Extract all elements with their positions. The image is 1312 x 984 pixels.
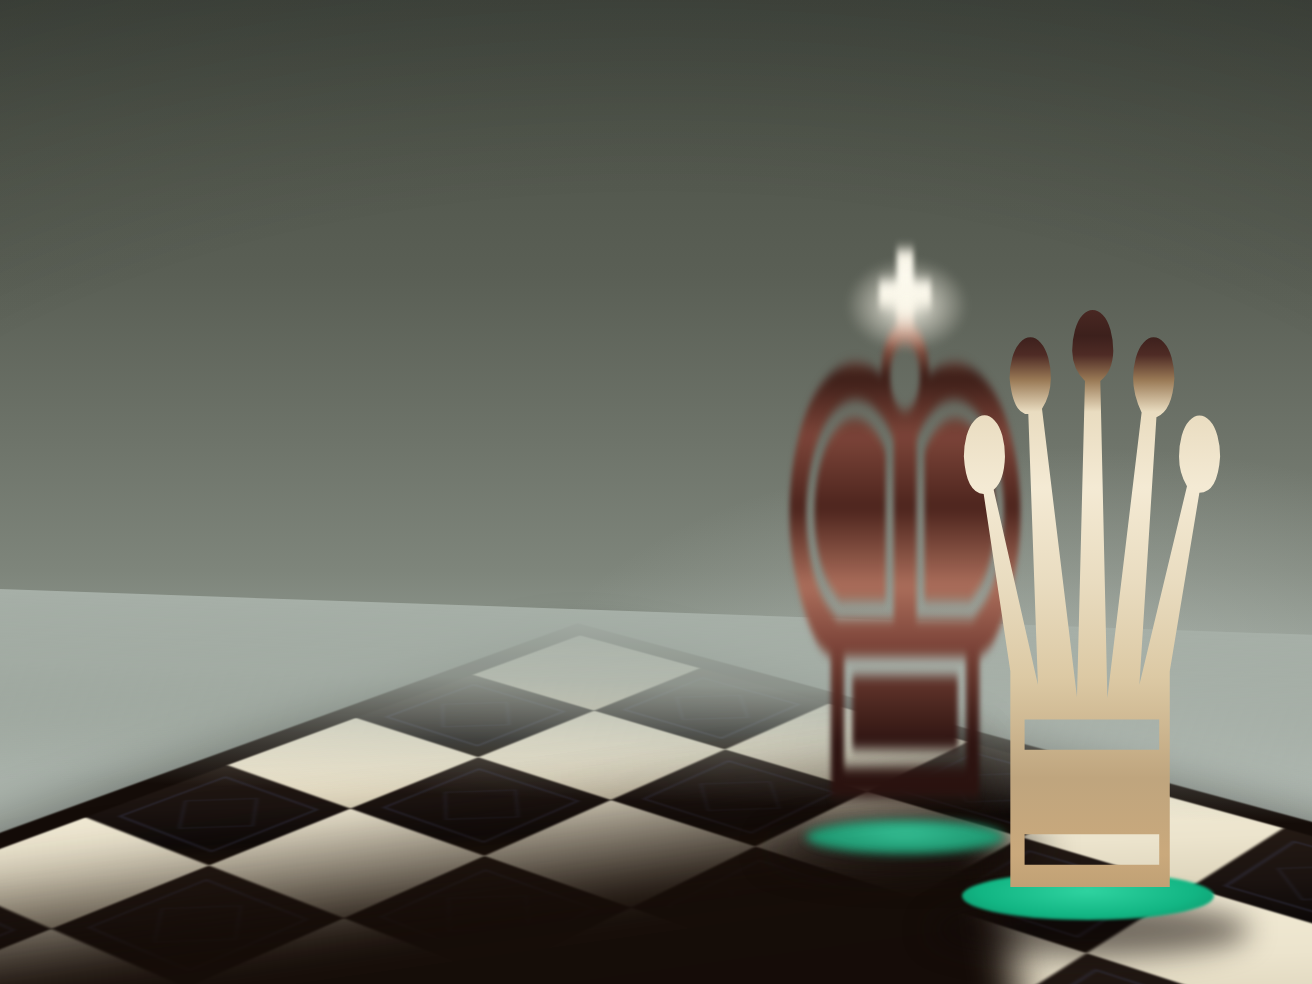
piece-white-queen[interactable]: ♛ <box>922 298 1262 930</box>
photo-scene: ♚ ♛ <box>0 0 1312 984</box>
